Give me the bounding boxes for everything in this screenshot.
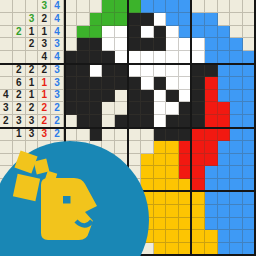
logo-eye-icon — [63, 196, 71, 204]
logo-pixel-square-4 — [13, 174, 40, 201]
app-logo-icon — [0, 0, 256, 256]
nonogram-app-icon: 3432421142334422236113421133222223322133… — [0, 0, 256, 256]
